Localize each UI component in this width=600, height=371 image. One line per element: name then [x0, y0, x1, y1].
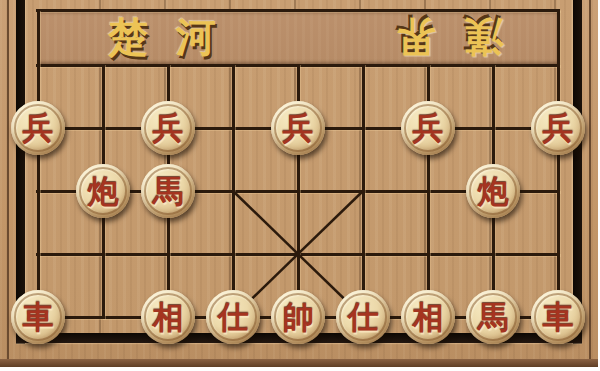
red-horse-left-advanced[interactable]: 馬 — [141, 164, 195, 218]
piece-character: 兵 — [413, 113, 444, 144]
piece-character: 帥 — [283, 302, 314, 333]
river-band: 楚河 漢界 — [38, 11, 558, 64]
red-advisor-left[interactable]: 仕 — [206, 290, 260, 344]
red-horse-right[interactable]: 馬 — [466, 290, 520, 344]
red-soldier-file7[interactable]: 兵 — [401, 101, 455, 155]
red-cannon-right[interactable]: 炮 — [466, 164, 520, 218]
red-soldier-file9[interactable]: 兵 — [531, 101, 585, 155]
grid-line — [37, 10, 40, 319]
piece-character: 兵 — [543, 113, 574, 144]
screenshot-canvas: 楚河 漢界 兵兵兵兵兵炮馬炮車相仕帥仕相馬車 — [0, 0, 600, 371]
piece-character: 炮 — [88, 176, 119, 207]
piece-character: 兵 — [283, 113, 314, 144]
piece-character: 車 — [543, 302, 574, 333]
piece-character: 仕 — [218, 302, 249, 333]
board-border-left — [16, 0, 25, 344]
piece-character: 相 — [413, 302, 444, 333]
board-border-right — [573, 0, 582, 344]
piece-character: 兵 — [23, 113, 54, 144]
river-label-han-jie: 漢界 — [344, 15, 504, 59]
piece-character: 馬 — [478, 302, 509, 333]
red-soldier-file3[interactable]: 兵 — [141, 101, 195, 155]
river-label-chu-he: 楚河 — [108, 15, 268, 59]
red-chariot-left[interactable]: 車 — [11, 290, 65, 344]
red-chariot-right[interactable]: 車 — [531, 290, 585, 344]
frame-edge-line-right — [589, 0, 591, 359]
red-advisor-right[interactable]: 仕 — [336, 290, 390, 344]
piece-character: 炮 — [478, 176, 509, 207]
red-soldier-file1[interactable]: 兵 — [11, 101, 65, 155]
frame-edge-bottom — [0, 359, 598, 367]
red-general[interactable]: 帥 — [271, 290, 325, 344]
red-elephant-left[interactable]: 相 — [141, 290, 195, 344]
frame-edge-line-left — [7, 0, 9, 367]
red-elephant-right[interactable]: 相 — [401, 290, 455, 344]
red-soldier-file5[interactable]: 兵 — [271, 101, 325, 155]
piece-character: 仕 — [348, 302, 379, 333]
piece-character: 兵 — [153, 113, 184, 144]
piece-character: 馬 — [153, 176, 184, 207]
red-cannon-left[interactable]: 炮 — [76, 164, 130, 218]
piece-character: 相 — [153, 302, 184, 333]
xiangqi-board: 楚河 漢界 兵兵兵兵兵炮馬炮車相仕帥仕相馬車 — [0, 0, 598, 367]
grid-line — [557, 10, 560, 319]
piece-character: 車 — [23, 302, 54, 333]
grid-line — [36, 9, 560, 12]
